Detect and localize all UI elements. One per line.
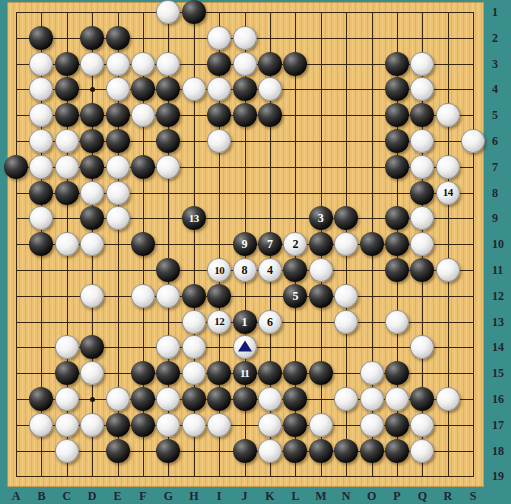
black-stone-K3[interactable] xyxy=(258,52,282,76)
column-label-L: L xyxy=(285,489,305,504)
column-label-F: F xyxy=(133,489,153,504)
black-stone-G18[interactable] xyxy=(156,439,180,463)
white-stone-N16[interactable] xyxy=(334,387,358,411)
black-stone-M10[interactable] xyxy=(309,232,333,256)
row-label-1: 1 xyxy=(492,5,498,19)
white-stone-F5[interactable] xyxy=(131,103,155,127)
white-stone-N12[interactable] xyxy=(334,284,358,308)
row-label-19: 19 xyxy=(492,469,504,483)
white-stone-J14[interactable] xyxy=(233,335,257,359)
black-stone-L18[interactable] xyxy=(283,439,307,463)
black-stone-C15[interactable] xyxy=(55,361,79,385)
black-stone-H16[interactable] xyxy=(182,387,206,411)
white-stone-J2[interactable] xyxy=(233,26,257,50)
white-stone-J11[interactable]: 8 xyxy=(233,258,257,282)
move-number-label: 4 xyxy=(267,264,273,276)
black-stone-O18[interactable] xyxy=(360,439,384,463)
black-stone-F16[interactable] xyxy=(131,387,155,411)
black-stone-K5[interactable] xyxy=(258,103,282,127)
row-label-13: 13 xyxy=(492,315,504,329)
white-stone-E3[interactable] xyxy=(106,52,130,76)
black-stone-K10[interactable]: 7 xyxy=(258,232,282,256)
black-stone-M18[interactable] xyxy=(309,439,333,463)
black-stone-F10[interactable] xyxy=(131,232,155,256)
black-stone-D7[interactable] xyxy=(80,155,104,179)
white-stone-C10[interactable] xyxy=(55,232,79,256)
move-number-label: 3 xyxy=(318,212,324,224)
triangle-marker-icon xyxy=(238,341,252,352)
white-stone-K18[interactable] xyxy=(258,439,282,463)
white-stone-K13[interactable]: 6 xyxy=(258,310,282,334)
black-stone-E17[interactable] xyxy=(106,413,130,437)
black-stone-E18[interactable] xyxy=(106,439,130,463)
column-label-D: D xyxy=(82,489,102,504)
white-stone-P13[interactable] xyxy=(385,310,409,334)
column-label-P: P xyxy=(387,489,407,504)
white-stone-I6[interactable] xyxy=(207,129,231,153)
black-stone-C8[interactable] xyxy=(55,181,79,205)
move-number-label: 14 xyxy=(443,187,453,198)
white-stone-C18[interactable] xyxy=(55,439,79,463)
black-stone-N18[interactable] xyxy=(334,439,358,463)
black-stone-F7[interactable] xyxy=(131,155,155,179)
white-stone-H15[interactable] xyxy=(182,361,206,385)
white-stone-C7[interactable] xyxy=(55,155,79,179)
white-stone-P16[interactable] xyxy=(385,387,409,411)
board-frame: ABCDEFGHIJKLMNOPQRS 12345678910111213141… xyxy=(0,0,511,504)
row-label-5: 5 xyxy=(492,108,498,122)
white-stone-C16[interactable] xyxy=(55,387,79,411)
white-stone-K17[interactable] xyxy=(258,413,282,437)
black-stone-E5[interactable] xyxy=(106,103,130,127)
row-label-18: 18 xyxy=(492,444,504,458)
grid-line-horizontal xyxy=(16,476,474,477)
column-label-G: G xyxy=(158,489,178,504)
white-stone-I2[interactable] xyxy=(207,26,231,50)
move-number-label: 8 xyxy=(242,264,248,276)
black-stone-J15[interactable]: 11 xyxy=(233,361,257,385)
black-stone-A7[interactable] xyxy=(4,155,28,179)
black-stone-J4[interactable] xyxy=(233,77,257,101)
black-stone-F17[interactable] xyxy=(131,413,155,437)
black-stone-P7[interactable] xyxy=(385,155,409,179)
white-stone-R7[interactable] xyxy=(436,155,460,179)
black-stone-B8[interactable] xyxy=(29,181,53,205)
black-stone-D6[interactable] xyxy=(80,129,104,153)
white-stone-N13[interactable] xyxy=(334,310,358,334)
row-label-7: 7 xyxy=(492,160,498,174)
black-stone-H12[interactable] xyxy=(182,284,206,308)
white-stone-F3[interactable] xyxy=(131,52,155,76)
white-stone-E9[interactable] xyxy=(106,206,130,230)
row-label-4: 4 xyxy=(492,82,498,96)
white-stone-M17[interactable] xyxy=(309,413,333,437)
move-number-label: 12 xyxy=(214,316,224,327)
black-stone-J18[interactable] xyxy=(233,439,257,463)
white-stone-O15[interactable] xyxy=(360,361,384,385)
black-stone-P11[interactable] xyxy=(385,258,409,282)
column-label-Q: Q xyxy=(412,489,432,504)
black-stone-J13[interactable]: 1 xyxy=(233,310,257,334)
black-stone-E2[interactable] xyxy=(106,26,130,50)
column-label-I: I xyxy=(209,489,229,504)
white-stone-D17[interactable] xyxy=(80,413,104,437)
black-stone-P15[interactable] xyxy=(385,361,409,385)
column-label-C: C xyxy=(57,489,77,504)
black-stone-P5[interactable] xyxy=(385,103,409,127)
column-label-S: S xyxy=(463,489,483,504)
black-stone-I16[interactable] xyxy=(207,387,231,411)
white-stone-H13[interactable] xyxy=(182,310,206,334)
move-number-label: 5 xyxy=(292,290,298,302)
black-stone-K15[interactable] xyxy=(258,361,282,385)
column-label-N: N xyxy=(336,489,356,504)
row-label-3: 3 xyxy=(492,57,498,71)
black-stone-F15[interactable] xyxy=(131,361,155,385)
column-label-R: R xyxy=(438,489,458,504)
white-stone-F12[interactable] xyxy=(131,284,155,308)
move-number-label: 13 xyxy=(189,213,199,224)
white-stone-S6[interactable] xyxy=(461,129,485,153)
white-stone-E7[interactable] xyxy=(106,155,130,179)
row-label-17: 17 xyxy=(492,418,504,432)
row-label-16: 16 xyxy=(492,392,504,406)
white-stone-H17[interactable] xyxy=(182,413,206,437)
column-label-M: M xyxy=(311,489,331,504)
column-label-A: A xyxy=(6,489,26,504)
black-stone-J5[interactable] xyxy=(233,103,257,127)
column-label-J: J xyxy=(235,489,255,504)
white-stone-E8[interactable] xyxy=(106,181,130,205)
black-stone-O10[interactable] xyxy=(360,232,384,256)
black-stone-H1[interactable] xyxy=(182,0,206,24)
white-stone-Q3[interactable] xyxy=(410,52,434,76)
column-label-E: E xyxy=(108,489,128,504)
black-stone-P6[interactable] xyxy=(385,129,409,153)
white-stone-J3[interactable] xyxy=(233,52,257,76)
white-stone-I13[interactable]: 12 xyxy=(207,310,231,334)
white-stone-R11[interactable] xyxy=(436,258,460,282)
white-stone-R16[interactable] xyxy=(436,387,460,411)
white-stone-D8[interactable] xyxy=(80,181,104,205)
move-number-label: 7 xyxy=(267,238,273,250)
move-number-label: 9 xyxy=(242,238,248,250)
row-label-10: 10 xyxy=(492,237,504,251)
column-label-B: B xyxy=(31,489,51,504)
row-label-6: 6 xyxy=(492,134,498,148)
row-label-11: 11 xyxy=(492,263,503,277)
black-stone-J16[interactable] xyxy=(233,387,257,411)
column-label-O: O xyxy=(362,489,382,504)
white-stone-I17[interactable] xyxy=(207,413,231,437)
black-stone-L3[interactable] xyxy=(283,52,307,76)
white-stone-K11[interactable]: 4 xyxy=(258,258,282,282)
black-stone-M15[interactable] xyxy=(309,361,333,385)
white-stone-C6[interactable] xyxy=(55,129,79,153)
white-stone-B3[interactable] xyxy=(29,52,53,76)
row-label-12: 12 xyxy=(492,289,504,303)
black-stone-Q8[interactable] xyxy=(410,181,434,205)
row-label-14: 14 xyxy=(492,340,504,354)
white-stone-D12[interactable] xyxy=(80,284,104,308)
grid-line-horizontal xyxy=(16,12,474,13)
row-label-2: 2 xyxy=(492,31,498,45)
white-stone-K16[interactable] xyxy=(258,387,282,411)
row-label-8: 8 xyxy=(492,186,498,200)
black-stone-P10[interactable] xyxy=(385,232,409,256)
white-stone-E16[interactable] xyxy=(106,387,130,411)
black-stone-P3[interactable] xyxy=(385,52,409,76)
white-stone-R8[interactable]: 14 xyxy=(436,181,460,205)
move-number-label: 6 xyxy=(267,316,273,328)
black-stone-M12[interactable] xyxy=(309,284,333,308)
black-stone-C5[interactable] xyxy=(55,103,79,127)
white-stone-I11[interactable]: 10 xyxy=(207,258,231,282)
white-stone-M11[interactable] xyxy=(309,258,333,282)
move-number-label: 10 xyxy=(214,265,224,276)
white-stone-G3[interactable] xyxy=(156,52,180,76)
black-stone-D2[interactable] xyxy=(80,26,104,50)
black-stone-J10[interactable]: 9 xyxy=(233,232,257,256)
column-label-H: H xyxy=(184,489,204,504)
move-number-label: 2 xyxy=(292,238,298,250)
white-stone-E4[interactable] xyxy=(106,77,130,101)
white-stone-R5[interactable] xyxy=(436,103,460,127)
black-stone-E6[interactable] xyxy=(106,129,130,153)
move-number-label: 1 xyxy=(242,316,248,328)
black-stone-I12[interactable] xyxy=(207,284,231,308)
white-stone-C17[interactable] xyxy=(55,413,79,437)
white-stone-D3[interactable] xyxy=(80,52,104,76)
row-label-15: 15 xyxy=(492,366,504,380)
white-stone-O17[interactable] xyxy=(360,413,384,437)
move-number-label: 11 xyxy=(240,368,249,379)
black-stone-I3[interactable] xyxy=(207,52,231,76)
white-stone-O16[interactable] xyxy=(360,387,384,411)
white-stone-Q18[interactable] xyxy=(410,439,434,463)
column-label-K: K xyxy=(260,489,280,504)
black-stone-C3[interactable] xyxy=(55,52,79,76)
row-label-9: 9 xyxy=(492,211,498,225)
black-stone-P17[interactable] xyxy=(385,413,409,437)
black-stone-P18[interactable] xyxy=(385,439,409,463)
